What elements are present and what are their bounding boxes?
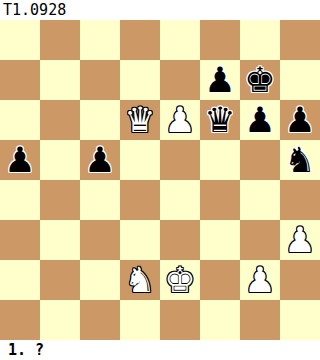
piece-black-pawn[interactable]: ♟ <box>204 60 235 100</box>
square-e4[interactable] <box>160 180 200 220</box>
square-h2[interactable] <box>280 260 320 300</box>
square-e2[interactable]: ♚ <box>160 260 200 300</box>
square-e6[interactable]: ♟ <box>160 100 200 140</box>
chess-puzzle-window: T1.0928 ♟♚♛♟♛♟♟♟♟♞♟♞♚♟ 1. ? <box>0 0 320 360</box>
square-d1[interactable] <box>120 300 160 340</box>
square-f7[interactable]: ♟ <box>200 60 240 100</box>
square-b1[interactable] <box>40 300 80 340</box>
square-b2[interactable] <box>40 260 80 300</box>
move-prompt: 1. ? <box>0 340 320 360</box>
square-c4[interactable] <box>80 180 120 220</box>
piece-white-queen[interactable]: ♛ <box>124 100 155 140</box>
square-c8[interactable] <box>80 20 120 60</box>
piece-black-knight[interactable]: ♞ <box>284 140 315 180</box>
square-c3[interactable] <box>80 220 120 260</box>
square-h6[interactable]: ♟ <box>280 100 320 140</box>
square-c6[interactable] <box>80 100 120 140</box>
square-b8[interactable] <box>40 20 80 60</box>
chess-board: ♟♚♛♟♛♟♟♟♟♞♟♞♚♟ <box>0 20 320 340</box>
square-a6[interactable] <box>0 100 40 140</box>
square-e1[interactable] <box>160 300 200 340</box>
square-e8[interactable] <box>160 20 200 60</box>
square-a8[interactable] <box>0 20 40 60</box>
square-c1[interactable] <box>80 300 120 340</box>
square-a1[interactable] <box>0 300 40 340</box>
square-a7[interactable] <box>0 60 40 100</box>
square-f1[interactable] <box>200 300 240 340</box>
square-e7[interactable] <box>160 60 200 100</box>
piece-black-pawn[interactable]: ♟ <box>284 100 315 140</box>
piece-white-king[interactable]: ♚ <box>164 260 195 300</box>
square-a5[interactable]: ♟ <box>0 140 40 180</box>
piece-white-pawn[interactable]: ♟ <box>164 100 195 140</box>
square-f3[interactable] <box>200 220 240 260</box>
square-d7[interactable] <box>120 60 160 100</box>
piece-black-queen[interactable]: ♛ <box>204 100 235 140</box>
square-d5[interactable] <box>120 140 160 180</box>
square-d2[interactable]: ♞ <box>120 260 160 300</box>
square-g5[interactable] <box>240 140 280 180</box>
square-h3[interactable]: ♟ <box>280 220 320 260</box>
square-b7[interactable] <box>40 60 80 100</box>
piece-white-pawn[interactable]: ♟ <box>244 260 275 300</box>
square-f4[interactable] <box>200 180 240 220</box>
piece-black-pawn[interactable]: ♟ <box>244 100 275 140</box>
piece-black-pawn[interactable]: ♟ <box>4 140 35 180</box>
square-h1[interactable] <box>280 300 320 340</box>
square-d8[interactable] <box>120 20 160 60</box>
square-h7[interactable] <box>280 60 320 100</box>
square-c7[interactable] <box>80 60 120 100</box>
square-e5[interactable] <box>160 140 200 180</box>
square-f8[interactable] <box>200 20 240 60</box>
square-f5[interactable] <box>200 140 240 180</box>
square-d4[interactable] <box>120 180 160 220</box>
square-g6[interactable]: ♟ <box>240 100 280 140</box>
square-a4[interactable] <box>0 180 40 220</box>
square-d6[interactable]: ♛ <box>120 100 160 140</box>
square-c5[interactable]: ♟ <box>80 140 120 180</box>
square-g2[interactable]: ♟ <box>240 260 280 300</box>
puzzle-title: T1.0928 <box>0 0 320 20</box>
piece-white-pawn[interactable]: ♟ <box>284 220 315 260</box>
square-f2[interactable] <box>200 260 240 300</box>
square-g7[interactable]: ♚ <box>240 60 280 100</box>
square-c2[interactable] <box>80 260 120 300</box>
square-b6[interactable] <box>40 100 80 140</box>
square-b4[interactable] <box>40 180 80 220</box>
square-a2[interactable] <box>0 260 40 300</box>
square-h8[interactable] <box>280 20 320 60</box>
square-g1[interactable] <box>240 300 280 340</box>
square-b3[interactable] <box>40 220 80 260</box>
piece-black-king[interactable]: ♚ <box>244 60 275 100</box>
square-h5[interactable]: ♞ <box>280 140 320 180</box>
square-b5[interactable] <box>40 140 80 180</box>
square-g8[interactable] <box>240 20 280 60</box>
square-g3[interactable] <box>240 220 280 260</box>
piece-white-knight[interactable]: ♞ <box>124 260 155 300</box>
square-h4[interactable] <box>280 180 320 220</box>
piece-black-pawn[interactable]: ♟ <box>84 140 115 180</box>
square-d3[interactable] <box>120 220 160 260</box>
square-f6[interactable]: ♛ <box>200 100 240 140</box>
square-e3[interactable] <box>160 220 200 260</box>
square-a3[interactable] <box>0 220 40 260</box>
square-g4[interactable] <box>240 180 280 220</box>
